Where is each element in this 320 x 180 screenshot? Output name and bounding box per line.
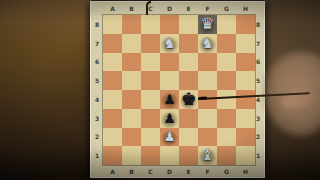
square-f2[interactable] <box>198 128 217 147</box>
file-label-e: E <box>179 3 198 14</box>
square-e1[interactable] <box>179 146 198 165</box>
square-h2[interactable] <box>236 128 255 147</box>
square-e7[interactable] <box>179 34 198 53</box>
video-frame: ABCDEFGH ABCDEFGH 87654321 87654321 ♛♞♞♟… <box>0 0 320 180</box>
square-b6[interactable] <box>122 53 141 72</box>
black-king: ♚ <box>181 91 196 108</box>
square-a1[interactable] <box>103 146 122 165</box>
square-f3[interactable] <box>198 109 217 128</box>
square-b3[interactable] <box>122 109 141 128</box>
square-h1[interactable] <box>236 146 255 165</box>
square-b2[interactable] <box>122 128 141 147</box>
square-a3[interactable] <box>103 109 122 128</box>
square-h5[interactable] <box>236 71 255 90</box>
rank-label-5: 5 <box>92 71 102 90</box>
square-e3[interactable] <box>179 109 198 128</box>
rank-label-8: 8 <box>92 15 102 34</box>
square-h8[interactable] <box>236 15 255 34</box>
square-g3[interactable] <box>217 109 236 128</box>
board-grid: ♛♞♞♟♚♟♟♝ <box>103 15 255 165</box>
square-g8[interactable] <box>217 15 236 34</box>
rank-label-1: 1 <box>92 146 102 165</box>
rank-labels-left: 87654321 <box>92 15 102 165</box>
hanger-hook-icon <box>138 0 158 16</box>
square-d5[interactable] <box>160 71 179 90</box>
square-d1[interactable] <box>160 146 179 165</box>
white-knight: ♞ <box>163 36 176 50</box>
black-pawn: ♟ <box>164 93 176 106</box>
square-g6[interactable] <box>217 53 236 72</box>
square-f5[interactable] <box>198 71 217 90</box>
square-g7[interactable] <box>217 34 236 53</box>
square-f1[interactable]: ♝ <box>198 146 217 165</box>
file-label-c: C <box>141 166 160 177</box>
square-g2[interactable] <box>217 128 236 147</box>
square-h3[interactable] <box>236 109 255 128</box>
square-a8[interactable] <box>103 15 122 34</box>
file-label-d: D <box>160 166 179 177</box>
square-e4[interactable]: ♚ <box>179 90 198 109</box>
white-bishop: ♝ <box>201 148 214 163</box>
square-h4[interactable] <box>236 90 255 109</box>
square-d2[interactable]: ♟ <box>160 128 179 147</box>
square-a4[interactable] <box>103 90 122 109</box>
file-label-g: G <box>217 166 236 177</box>
square-e5[interactable] <box>179 71 198 90</box>
file-label-a: A <box>103 3 122 14</box>
file-label-g: G <box>217 3 236 14</box>
square-d8[interactable] <box>160 15 179 34</box>
rank-label-2: 2 <box>92 128 102 147</box>
rank-label-4: 4 <box>92 90 102 109</box>
square-e8[interactable] <box>179 15 198 34</box>
square-c8[interactable] <box>141 15 160 34</box>
square-g1[interactable] <box>217 146 236 165</box>
file-labels-top: ABCDEFGH <box>103 3 255 14</box>
square-b5[interactable] <box>122 71 141 90</box>
square-d4[interactable]: ♟ <box>160 90 179 109</box>
square-a2[interactable] <box>103 128 122 147</box>
square-e2[interactable] <box>179 128 198 147</box>
file-label-a: A <box>103 166 122 177</box>
rank-label-3: 3 <box>92 109 102 128</box>
square-f8[interactable]: ♛ <box>198 15 217 34</box>
square-c2[interactable] <box>141 128 160 147</box>
square-c4[interactable] <box>141 90 160 109</box>
file-label-h: H <box>236 3 255 14</box>
rank-label-6: 6 <box>92 53 102 72</box>
white-pawn: ♟ <box>164 130 176 143</box>
square-c1[interactable] <box>141 146 160 165</box>
square-g5[interactable] <box>217 71 236 90</box>
square-c6[interactable] <box>141 53 160 72</box>
file-label-f: F <box>198 3 217 14</box>
rank-label-7: 7 <box>92 34 102 53</box>
file-label-f: F <box>198 166 217 177</box>
white-queen: ♛ <box>200 16 214 32</box>
square-c5[interactable] <box>141 71 160 90</box>
square-h7[interactable] <box>236 34 255 53</box>
file-label-h: H <box>236 166 255 177</box>
file-label-d: D <box>160 3 179 14</box>
file-label-b: B <box>122 166 141 177</box>
square-d6[interactable] <box>160 53 179 72</box>
square-g4[interactable] <box>217 90 236 109</box>
square-b8[interactable] <box>122 15 141 34</box>
square-c7[interactable] <box>141 34 160 53</box>
file-labels-bottom: ABCDEFGH <box>103 166 255 177</box>
black-pawn: ♟ <box>164 112 176 125</box>
square-f7[interactable]: ♞ <box>198 34 217 53</box>
square-b4[interactable] <box>122 90 141 109</box>
file-label-e: E <box>179 166 198 177</box>
white-knight: ♞ <box>201 36 214 50</box>
square-a5[interactable] <box>103 71 122 90</box>
demonstration-chess-board: ABCDEFGH ABCDEFGH 87654321 87654321 ♛♞♞♟… <box>90 1 265 178</box>
square-b7[interactable] <box>122 34 141 53</box>
square-a6[interactable] <box>103 53 122 72</box>
square-a7[interactable] <box>103 34 122 53</box>
wall-background-left <box>0 0 92 180</box>
square-d3[interactable]: ♟ <box>160 109 179 128</box>
square-e6[interactable] <box>179 53 198 72</box>
square-h6[interactable] <box>236 53 255 72</box>
square-f6[interactable] <box>198 53 217 72</box>
square-d7[interactable]: ♞ <box>160 34 179 53</box>
square-c3[interactable] <box>141 109 160 128</box>
square-b1[interactable] <box>122 146 141 165</box>
